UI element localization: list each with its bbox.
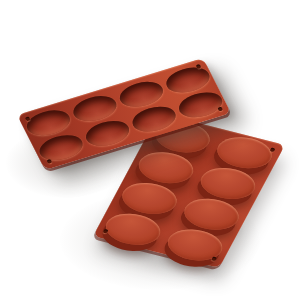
mold-cavity-side-up-cavity (174, 88, 227, 122)
photo-stage (0, 0, 300, 300)
mold-cavity-side-up-hole (47, 160, 51, 164)
mold-cavity-side-up-hole (218, 107, 222, 111)
mold-cavity-side-up-cavity (81, 116, 134, 150)
mold-bottom-side-up-hole (270, 148, 275, 152)
mold-bottom-side-up-hole (212, 257, 217, 261)
